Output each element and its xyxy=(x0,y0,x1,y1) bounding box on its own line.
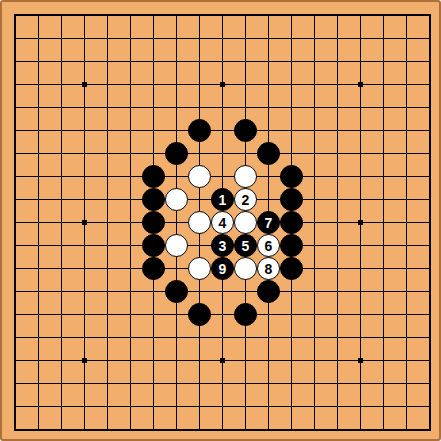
move-7-stone[interactable]: 7 xyxy=(257,211,280,234)
white-stone[interactable] xyxy=(234,165,257,188)
black-stone[interactable] xyxy=(257,280,280,303)
white-stone[interactable] xyxy=(165,188,188,211)
move-number-label: 3 xyxy=(219,239,227,253)
star-point xyxy=(82,220,87,225)
move-2-stone[interactable]: 2 xyxy=(234,188,257,211)
white-stone[interactable] xyxy=(234,257,257,280)
move-3-stone[interactable]: 3 xyxy=(211,234,234,257)
move-number-label: 2 xyxy=(242,193,250,207)
move-4-stone[interactable]: 4 xyxy=(211,211,234,234)
move-9-stone[interactable]: 9 xyxy=(211,257,234,280)
white-stone[interactable] xyxy=(188,257,211,280)
black-stone[interactable] xyxy=(188,303,211,326)
black-stone[interactable] xyxy=(142,234,165,257)
move-1-stone[interactable]: 1 xyxy=(211,188,234,211)
star-point xyxy=(82,358,87,363)
star-point xyxy=(358,220,363,225)
move-number-label: 9 xyxy=(219,262,227,276)
move-number-label: 6 xyxy=(265,239,273,253)
black-stone[interactable] xyxy=(142,165,165,188)
move-number-label: 5 xyxy=(242,239,250,253)
black-stone[interactable] xyxy=(280,234,303,257)
white-stone[interactable] xyxy=(234,211,257,234)
move-number-label: 8 xyxy=(265,262,273,276)
move-number-label: 4 xyxy=(219,216,227,230)
star-point xyxy=(220,358,225,363)
black-stone[interactable] xyxy=(142,188,165,211)
black-stone[interactable] xyxy=(188,119,211,142)
black-stone[interactable] xyxy=(234,303,257,326)
black-stone[interactable] xyxy=(142,211,165,234)
move-6-stone[interactable]: 6 xyxy=(257,234,280,257)
move-number-label: 7 xyxy=(265,216,273,230)
black-stone[interactable] xyxy=(257,142,280,165)
black-stone[interactable] xyxy=(280,257,303,280)
white-stone[interactable] xyxy=(188,165,211,188)
white-stone[interactable] xyxy=(165,234,188,257)
black-stone[interactable] xyxy=(280,211,303,234)
star-point xyxy=(82,82,87,87)
black-stone[interactable] xyxy=(234,119,257,142)
star-point xyxy=(220,82,225,87)
move-8-stone[interactable]: 8 xyxy=(257,257,280,280)
star-point xyxy=(358,82,363,87)
move-number-label: 1 xyxy=(219,193,227,207)
black-stone[interactable] xyxy=(165,280,188,303)
black-stone[interactable] xyxy=(280,165,303,188)
black-stone[interactable] xyxy=(142,257,165,280)
star-point xyxy=(358,358,363,363)
white-stone[interactable] xyxy=(188,211,211,234)
go-board[interactable]: 123456789 xyxy=(0,0,441,441)
black-stone[interactable] xyxy=(165,142,188,165)
black-stone[interactable] xyxy=(280,188,303,211)
move-5-stone[interactable]: 5 xyxy=(234,234,257,257)
